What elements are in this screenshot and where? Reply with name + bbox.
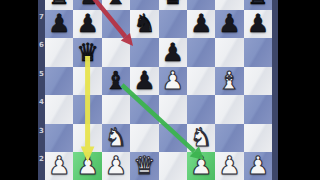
square-e3[interactable] xyxy=(159,124,187,152)
chess-thumbnail-stage: 87654321 ♜♞♝♚♜♟♟♞♟♟♟♛♟♝♟♟♝♞♞♟♟♟♛♟♟♟♜♚♝♜ xyxy=(0,0,320,180)
square-a3[interactable] xyxy=(45,124,73,152)
square-e8[interactable]: ♚ xyxy=(159,0,187,10)
square-f3[interactable]: ♞ xyxy=(187,124,215,152)
rank-label-8: 8 xyxy=(38,0,45,10)
square-g6[interactable] xyxy=(215,38,243,66)
black-pawn-g7[interactable]: ♟ xyxy=(218,10,240,38)
square-a6[interactable] xyxy=(45,38,73,66)
rank-label-2: 2 xyxy=(38,152,45,180)
square-h6[interactable] xyxy=(244,38,272,66)
square-c5[interactable]: ♝ xyxy=(102,67,130,95)
square-c2[interactable]: ♟ xyxy=(102,152,130,180)
black-bishop-c5[interactable]: ♝ xyxy=(105,67,127,95)
square-g7[interactable]: ♟ xyxy=(215,10,243,38)
square-g3[interactable] xyxy=(215,124,243,152)
square-e2[interactable] xyxy=(159,152,187,180)
black-rook-a8[interactable]: ♜ xyxy=(48,0,70,10)
black-queen-b6[interactable]: ♛ xyxy=(76,39,98,67)
square-b2[interactable]: ♟ xyxy=(73,152,101,180)
square-g4[interactable] xyxy=(215,95,243,123)
square-a4[interactable] xyxy=(45,95,73,123)
square-b5[interactable] xyxy=(73,67,101,95)
square-c6[interactable] xyxy=(102,38,130,66)
white-pawn-e5[interactable]: ♟ xyxy=(162,67,184,95)
rank-label-3: 3 xyxy=(38,124,45,152)
square-c4[interactable] xyxy=(102,95,130,123)
black-bishop-c8[interactable]: ♝ xyxy=(105,0,127,10)
square-a7[interactable]: ♟ xyxy=(45,10,73,38)
square-a5[interactable] xyxy=(45,67,73,95)
rank-label-5: 5 xyxy=(38,67,45,95)
square-g2[interactable]: ♟ xyxy=(215,152,243,180)
white-pawn-f2[interactable]: ♟ xyxy=(190,152,212,180)
white-pawn-b2[interactable]: ♟ xyxy=(76,152,98,180)
black-pawn-a7[interactable]: ♟ xyxy=(48,10,70,38)
white-queen-d2[interactable]: ♛ xyxy=(133,152,155,180)
square-g5[interactable]: ♝ xyxy=(215,67,243,95)
square-h5[interactable] xyxy=(244,67,272,95)
board-right-border xyxy=(272,0,278,180)
square-c8[interactable]: ♝ xyxy=(102,0,130,10)
white-pawn-a2[interactable]: ♟ xyxy=(48,152,70,180)
black-rook-h8[interactable]: ♜ xyxy=(247,0,269,10)
black-pawn-e6[interactable]: ♟ xyxy=(162,39,184,67)
square-f2[interactable]: ♟ xyxy=(187,152,215,180)
rank-label-6: 6 xyxy=(38,38,45,66)
square-d3[interactable] xyxy=(130,124,158,152)
square-d7[interactable]: ♞ xyxy=(130,10,158,38)
square-e6[interactable]: ♟ xyxy=(159,38,187,66)
square-h7[interactable]: ♟ xyxy=(244,10,272,38)
square-e5[interactable]: ♟ xyxy=(159,67,187,95)
square-c3[interactable]: ♞ xyxy=(102,124,130,152)
white-knight-f3[interactable]: ♞ xyxy=(190,124,212,152)
square-d2[interactable]: ♛ xyxy=(130,152,158,180)
square-h3[interactable] xyxy=(244,124,272,152)
square-f7[interactable]: ♟ xyxy=(187,10,215,38)
square-e4[interactable] xyxy=(159,95,187,123)
square-c7[interactable] xyxy=(102,10,130,38)
black-king-e8[interactable]: ♚ xyxy=(162,0,184,10)
rank-label-4: 4 xyxy=(38,95,45,123)
square-f4[interactable] xyxy=(187,95,215,123)
black-pawn-d5[interactable]: ♟ xyxy=(133,67,155,95)
black-knight-d7[interactable]: ♞ xyxy=(133,10,155,38)
square-h4[interactable] xyxy=(244,95,272,123)
square-f6[interactable] xyxy=(187,38,215,66)
chess-board: 87654321 ♜♞♝♚♜♟♟♞♟♟♟♛♟♝♟♟♝♞♞♟♟♟♛♟♟♟♜♚♝♜ xyxy=(38,0,278,180)
square-b3[interactable] xyxy=(73,124,101,152)
board-grid: ♜♞♝♚♜♟♟♞♟♟♟♛♟♝♟♟♝♞♞♟♟♟♛♟♟♟♜♚♝♜ xyxy=(45,0,272,180)
rank-label-7: 7 xyxy=(38,10,45,38)
white-pawn-g2[interactable]: ♟ xyxy=(218,152,240,180)
square-d6[interactable] xyxy=(130,38,158,66)
black-pawn-f7[interactable]: ♟ xyxy=(190,10,212,38)
square-b4[interactable] xyxy=(73,95,101,123)
square-f5[interactable] xyxy=(187,67,215,95)
square-d5[interactable]: ♟ xyxy=(130,67,158,95)
square-a2[interactable]: ♟ xyxy=(45,152,73,180)
white-pawn-c2[interactable]: ♟ xyxy=(105,152,127,180)
white-knight-c3[interactable]: ♞ xyxy=(105,124,127,152)
white-pawn-h2[interactable]: ♟ xyxy=(247,152,269,180)
square-e7[interactable] xyxy=(159,10,187,38)
square-b6[interactable]: ♛ xyxy=(73,38,101,66)
rank-labels-column: 87654321 xyxy=(38,0,45,180)
black-pawn-b7[interactable]: ♟ xyxy=(76,10,98,38)
square-h2[interactable]: ♟ xyxy=(244,152,272,180)
square-b7[interactable]: ♟ xyxy=(73,10,101,38)
black-knight-b8[interactable]: ♞ xyxy=(76,0,98,10)
square-d4[interactable] xyxy=(130,95,158,123)
white-bishop-g5[interactable]: ♝ xyxy=(218,67,240,95)
black-pawn-h7[interactable]: ♟ xyxy=(247,10,269,38)
